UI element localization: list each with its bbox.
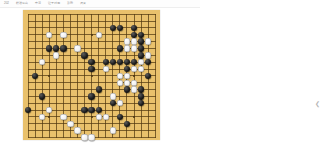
- black-stone: [81, 107, 87, 113]
- white-stone: [124, 45, 130, 51]
- top-toolbar: 202 棋谱导出 申请 让子对局 形势 设置: [0, 0, 200, 8]
- star-point: [91, 75, 93, 77]
- star-point: [48, 75, 50, 77]
- black-stone: [46, 45, 52, 51]
- black-stone: [131, 32, 137, 38]
- star-point: [133, 116, 135, 118]
- toolbar-item[interactable]: 让子对局: [48, 2, 60, 5]
- black-stone: [60, 45, 66, 51]
- white-stone: [117, 100, 123, 106]
- star-point: [133, 75, 135, 77]
- white-stone: [124, 80, 130, 86]
- toolbar-item[interactable]: 形势: [67, 2, 73, 5]
- black-stone: [117, 45, 123, 51]
- black-stone: [117, 59, 123, 65]
- black-stone: [81, 52, 87, 58]
- black-stone: [53, 45, 59, 51]
- white-stone: [124, 38, 130, 44]
- black-stone: [124, 59, 130, 65]
- white-stone: [117, 73, 123, 79]
- black-stone: [39, 93, 45, 99]
- grid-line-horizontal: [28, 103, 156, 104]
- white-stone: [131, 86, 137, 92]
- white-stone: [74, 127, 80, 133]
- black-stone: [124, 121, 130, 127]
- black-stone: [138, 93, 144, 99]
- black-stone: [88, 66, 94, 72]
- white-stone: [131, 38, 137, 44]
- black-stone: [138, 100, 144, 106]
- toolbar-item[interactable]: 设置: [80, 2, 86, 5]
- black-stone: [138, 32, 144, 38]
- black-stone: [124, 66, 130, 72]
- grid-line-horizontal: [28, 130, 156, 131]
- star-point: [48, 116, 50, 118]
- white-stone: [60, 32, 66, 38]
- white-stone: [117, 80, 123, 86]
- white-stone: [88, 134, 94, 140]
- white-stone: [103, 66, 109, 72]
- black-stone: [117, 114, 123, 120]
- black-stone: [110, 59, 116, 65]
- go-board[interactable]: [23, 10, 160, 140]
- black-stone: [110, 100, 116, 106]
- white-stone: [124, 73, 130, 79]
- grid-line-horizontal: [28, 123, 156, 124]
- black-stone: [145, 73, 151, 79]
- white-stone: [145, 52, 151, 58]
- white-stone: [39, 114, 45, 120]
- white-stone: [81, 134, 87, 140]
- black-stone: [103, 59, 109, 65]
- black-stone: [145, 59, 151, 65]
- star-point: [91, 116, 93, 118]
- black-stone: [88, 107, 94, 113]
- grid-line-vertical: [155, 14, 156, 138]
- black-stone: [138, 38, 144, 44]
- white-stone: [110, 127, 116, 133]
- white-stone: [46, 32, 52, 38]
- white-stone: [46, 107, 52, 113]
- black-stone: [138, 52, 144, 58]
- black-stone: [96, 107, 102, 113]
- white-stone: [53, 52, 59, 58]
- toolbar-item[interactable]: 棋谱导出: [16, 2, 28, 5]
- white-stone: [131, 45, 137, 51]
- black-stone: [88, 59, 94, 65]
- grid-line-vertical: [112, 14, 113, 138]
- white-stone: [138, 66, 144, 72]
- white-stone: [74, 45, 80, 51]
- black-stone: [124, 86, 130, 92]
- black-stone: [131, 59, 137, 65]
- black-stone: [138, 86, 144, 92]
- white-stone: [60, 114, 66, 120]
- white-stone: [96, 32, 102, 38]
- toolbar-item[interactable]: 申请: [35, 2, 41, 5]
- black-stone: [32, 73, 38, 79]
- black-stone: [25, 107, 31, 113]
- white-stone: [138, 59, 144, 65]
- white-stone: [67, 121, 73, 127]
- star-point: [91, 34, 93, 36]
- white-stone: [131, 66, 137, 72]
- white-stone: [39, 59, 45, 65]
- black-stone: [96, 86, 102, 92]
- white-stone: [110, 93, 116, 99]
- white-stone: [145, 38, 151, 44]
- black-stone: [138, 45, 144, 51]
- black-stone: [117, 25, 123, 31]
- white-stone: [131, 80, 137, 86]
- white-stone: [96, 114, 102, 120]
- white-stone: [103, 114, 109, 120]
- black-stone: [131, 25, 137, 31]
- toolbar-item[interactable]: 202: [4, 2, 9, 5]
- black-stone: [110, 25, 116, 31]
- black-stone: [88, 93, 94, 99]
